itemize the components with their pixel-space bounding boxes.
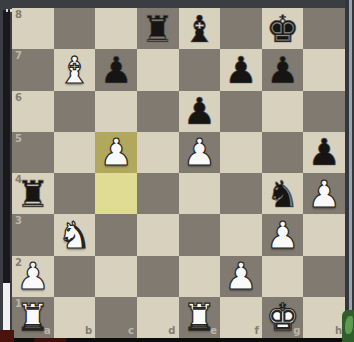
- square-g4[interactable]: ♞: [262, 173, 304, 214]
- square-f6[interactable]: [220, 91, 262, 132]
- piece-black-pawn[interactable]: ♟: [262, 49, 304, 90]
- square-c5[interactable]: ♟: [95, 132, 137, 173]
- square-c1[interactable]: c: [95, 297, 137, 338]
- square-g5[interactable]: [262, 132, 304, 173]
- piece-white-knight[interactable]: ♞: [54, 214, 96, 255]
- square-f8[interactable]: [220, 8, 262, 49]
- piece-black-pawn[interactable]: ♟: [220, 49, 262, 90]
- piece-white-rook[interactable]: ♜: [12, 297, 54, 338]
- evaluation-bar: [3, 10, 10, 331]
- piece-white-pawn[interactable]: ♟: [262, 214, 304, 255]
- background-plant: [342, 310, 354, 342]
- square-c8[interactable]: [95, 8, 137, 49]
- square-c6[interactable]: [95, 91, 137, 132]
- background-desk-patch: [0, 330, 14, 342]
- square-a8[interactable]: 8: [12, 8, 54, 49]
- piece-white-king[interactable]: ♚: [262, 297, 304, 338]
- square-h3[interactable]: [303, 214, 345, 255]
- piece-black-knight[interactable]: ♞: [262, 173, 304, 214]
- background-desk-patch: [34, 338, 66, 342]
- piece-white-pawn[interactable]: ♟: [12, 256, 54, 297]
- square-d6[interactable]: [137, 91, 179, 132]
- rank-label-5: 5: [15, 134, 22, 144]
- rank-label-8: 8: [15, 10, 22, 20]
- square-e6[interactable]: ♟: [179, 91, 221, 132]
- square-a7[interactable]: 7: [12, 49, 54, 90]
- square-a6[interactable]: 6: [12, 91, 54, 132]
- square-f3[interactable]: [220, 214, 262, 255]
- square-h5[interactable]: ♟: [303, 132, 345, 173]
- square-h1[interactable]: h: [303, 297, 345, 338]
- square-e2[interactable]: [179, 256, 221, 297]
- chess-board: 8♜♝♚7♝♟♟♟6♟5♟♟♟4♜♞♟3♞♟2♟♟1a♜bcde♜fg♚h: [12, 8, 345, 338]
- square-e8[interactable]: ♝: [179, 8, 221, 49]
- piece-black-bishop[interactable]: ♝: [179, 8, 221, 49]
- square-d2[interactable]: [137, 256, 179, 297]
- file-label-d: d: [168, 326, 175, 336]
- square-b7[interactable]: ♝: [54, 49, 96, 90]
- piece-white-pawn[interactable]: ♟: [179, 132, 221, 173]
- square-e5[interactable]: ♟: [179, 132, 221, 173]
- square-d4[interactable]: [137, 173, 179, 214]
- square-c4[interactable]: [95, 173, 137, 214]
- rank-label-7: 7: [15, 51, 22, 61]
- square-h4[interactable]: ♟: [303, 173, 345, 214]
- right-frame: [345, 0, 354, 342]
- square-e3[interactable]: [179, 214, 221, 255]
- chess-app-window: 8♜♝♚7♝♟♟♟6♟5♟♟♟4♜♞♟3♞♟2♟♟1a♜bcde♜fg♚h: [0, 0, 354, 342]
- square-g1[interactable]: g♚: [262, 297, 304, 338]
- square-c7[interactable]: ♟: [95, 49, 137, 90]
- piece-black-pawn[interactable]: ♟: [179, 91, 221, 132]
- square-b6[interactable]: [54, 91, 96, 132]
- square-h8[interactable]: [303, 8, 345, 49]
- square-d7[interactable]: [137, 49, 179, 90]
- piece-white-rook[interactable]: ♜: [179, 297, 221, 338]
- left-frame: [0, 0, 12, 342]
- square-g8[interactable]: ♚: [262, 8, 304, 49]
- piece-white-bishop[interactable]: ♝: [54, 49, 96, 90]
- square-e1[interactable]: e♜: [179, 297, 221, 338]
- square-e4[interactable]: [179, 173, 221, 214]
- square-f4[interactable]: [220, 173, 262, 214]
- file-label-h: h: [335, 326, 342, 336]
- square-a3[interactable]: 3: [12, 214, 54, 255]
- square-c3[interactable]: [95, 214, 137, 255]
- piece-white-pawn[interactable]: ♟: [220, 256, 262, 297]
- piece-white-pawn[interactable]: ♟: [95, 132, 137, 173]
- file-label-f: f: [254, 326, 258, 336]
- piece-black-rook[interactable]: ♜: [137, 8, 179, 49]
- square-a2[interactable]: 2♟: [12, 256, 54, 297]
- piece-black-king[interactable]: ♚: [262, 8, 304, 49]
- square-g7[interactable]: ♟: [262, 49, 304, 90]
- square-g3[interactable]: ♟: [262, 214, 304, 255]
- square-b3[interactable]: ♞: [54, 214, 96, 255]
- square-b2[interactable]: [54, 256, 96, 297]
- square-f2[interactable]: ♟: [220, 256, 262, 297]
- square-b8[interactable]: [54, 8, 96, 49]
- square-f1[interactable]: f: [220, 297, 262, 338]
- square-d1[interactable]: d: [137, 297, 179, 338]
- rank-label-6: 6: [15, 93, 22, 103]
- file-label-b: b: [85, 326, 92, 336]
- square-b4[interactable]: [54, 173, 96, 214]
- window-edge-highlight: [349, 0, 352, 342]
- square-a4[interactable]: 4♜: [12, 173, 54, 214]
- square-b5[interactable]: [54, 132, 96, 173]
- square-d8[interactable]: ♜: [137, 8, 179, 49]
- square-h7[interactable]: [303, 49, 345, 90]
- square-d3[interactable]: [137, 214, 179, 255]
- square-h2[interactable]: [303, 256, 345, 297]
- quote-marks-icon: [6, 9, 12, 12]
- square-d5[interactable]: [137, 132, 179, 173]
- piece-black-pawn[interactable]: ♟: [303, 132, 345, 173]
- piece-black-rook[interactable]: ♜: [12, 173, 54, 214]
- square-c2[interactable]: [95, 256, 137, 297]
- square-a5[interactable]: 5: [12, 132, 54, 173]
- square-a1[interactable]: 1a♜: [12, 297, 54, 338]
- square-f7[interactable]: ♟: [220, 49, 262, 90]
- square-g6[interactable]: [262, 91, 304, 132]
- square-h6[interactable]: [303, 91, 345, 132]
- piece-white-pawn[interactable]: ♟: [303, 173, 345, 214]
- rank-label-3: 3: [15, 216, 22, 226]
- piece-black-pawn[interactable]: ♟: [95, 49, 137, 90]
- evaluation-bar-white-portion: [3, 283, 10, 331]
- square-g2[interactable]: [262, 256, 304, 297]
- square-b1[interactable]: b: [54, 297, 96, 338]
- file-label-c: c: [128, 326, 134, 336]
- square-e7[interactable]: [179, 49, 221, 90]
- square-f5[interactable]: [220, 132, 262, 173]
